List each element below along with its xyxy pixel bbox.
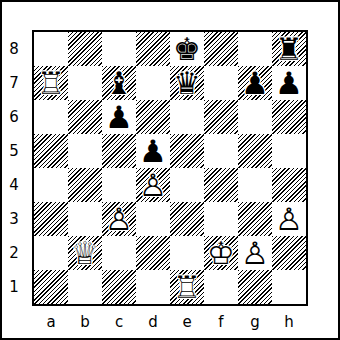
chess-board: ♚♜♜♖♝♛♟♟♟♟♟♙♟♙♟♙♛♕♚♔♟♙♜♖ [32, 30, 308, 306]
square-c1[interactable] [102, 270, 136, 304]
square-d2[interactable] [136, 236, 170, 270]
square-g2[interactable]: ♟♙ [238, 236, 272, 270]
piece-black-rook: ♜ [272, 32, 306, 66]
square-d8[interactable] [136, 32, 170, 66]
piece-white-pawn: ♟♙ [272, 202, 306, 236]
square-c3[interactable]: ♟♙ [102, 202, 136, 236]
file-label-h: h [272, 307, 306, 337]
piece-black-pawn: ♟ [238, 66, 272, 100]
square-a4[interactable] [34, 168, 68, 202]
square-h4[interactable] [272, 168, 306, 202]
square-c7[interactable]: ♝ [102, 66, 136, 100]
piece-white-rook: ♜♖ [170, 270, 204, 304]
square-g4[interactable] [238, 168, 272, 202]
file-label-g: g [238, 307, 272, 337]
square-f7[interactable] [204, 66, 238, 100]
square-e8[interactable]: ♚ [170, 32, 204, 66]
square-g6[interactable] [238, 100, 272, 134]
rank-label-6: 6 [2, 100, 26, 134]
rank-label-4: 4 [2, 168, 26, 202]
square-d4[interactable]: ♟♙ [136, 168, 170, 202]
square-g3[interactable] [238, 202, 272, 236]
rank-label-2: 2 [2, 236, 26, 270]
piece-white-pawn: ♟♙ [136, 168, 170, 202]
square-d3[interactable] [136, 202, 170, 236]
piece-black-bishop: ♝ [102, 66, 136, 100]
piece-black-king: ♚ [170, 32, 204, 66]
piece-white-rook: ♜♖ [34, 66, 68, 100]
square-h8[interactable]: ♜ [272, 32, 306, 66]
square-h7[interactable]: ♟ [272, 66, 306, 100]
square-a5[interactable] [34, 134, 68, 168]
square-f1[interactable] [204, 270, 238, 304]
rank-labels: 87654321 [2, 32, 26, 304]
rank-label-3: 3 [2, 202, 26, 236]
square-a6[interactable] [34, 100, 68, 134]
square-a3[interactable] [34, 202, 68, 236]
square-e1[interactable]: ♜♖ [170, 270, 204, 304]
square-b3[interactable] [68, 202, 102, 236]
square-e4[interactable] [170, 168, 204, 202]
piece-black-queen: ♛ [170, 66, 204, 100]
square-h1[interactable] [272, 270, 306, 304]
file-label-e: e [170, 307, 204, 337]
chess-diagram: 87654321 ♚♜♜♖♝♛♟♟♟♟♟♙♟♙♟♙♛♕♚♔♟♙♜♖ abcdef… [0, 0, 340, 340]
piece-white-pawn: ♟♙ [238, 236, 272, 270]
piece-white-pawn: ♟♙ [102, 202, 136, 236]
piece-black-pawn: ♟ [272, 66, 306, 100]
square-h2[interactable] [272, 236, 306, 270]
square-d5[interactable]: ♟ [136, 134, 170, 168]
square-f2[interactable]: ♚♔ [204, 236, 238, 270]
square-b1[interactable] [68, 270, 102, 304]
piece-black-pawn: ♟ [136, 134, 170, 168]
piece-white-queen: ♛♕ [68, 236, 102, 270]
square-b6[interactable] [68, 100, 102, 134]
square-e3[interactable] [170, 202, 204, 236]
square-c2[interactable] [102, 236, 136, 270]
file-label-f: f [204, 307, 238, 337]
square-f3[interactable] [204, 202, 238, 236]
square-d7[interactable] [136, 66, 170, 100]
rank-label-7: 7 [2, 66, 26, 100]
square-e2[interactable] [170, 236, 204, 270]
square-e6[interactable] [170, 100, 204, 134]
file-label-a: a [34, 307, 68, 337]
square-b4[interactable] [68, 168, 102, 202]
square-f5[interactable] [204, 134, 238, 168]
piece-white-king: ♚♔ [204, 236, 238, 270]
square-b2[interactable]: ♛♕ [68, 236, 102, 270]
file-label-c: c [102, 307, 136, 337]
square-g5[interactable] [238, 134, 272, 168]
rank-label-5: 5 [2, 134, 26, 168]
square-g8[interactable] [238, 32, 272, 66]
file-labels: abcdefgh [34, 307, 306, 337]
square-b7[interactable] [68, 66, 102, 100]
rank-label-8: 8 [2, 32, 26, 66]
square-e7[interactable]: ♛ [170, 66, 204, 100]
square-d6[interactable] [136, 100, 170, 134]
square-f4[interactable] [204, 168, 238, 202]
rank-label-1: 1 [2, 270, 26, 304]
square-a1[interactable] [34, 270, 68, 304]
square-g7[interactable]: ♟ [238, 66, 272, 100]
square-g1[interactable] [238, 270, 272, 304]
square-c4[interactable] [102, 168, 136, 202]
piece-black-pawn: ♟ [102, 100, 136, 134]
square-f6[interactable] [204, 100, 238, 134]
square-h6[interactable] [272, 100, 306, 134]
file-label-d: d [136, 307, 170, 337]
square-a8[interactable] [34, 32, 68, 66]
square-d1[interactable] [136, 270, 170, 304]
square-h3[interactable]: ♟♙ [272, 202, 306, 236]
square-a7[interactable]: ♜♖ [34, 66, 68, 100]
square-b5[interactable] [68, 134, 102, 168]
square-c8[interactable] [102, 32, 136, 66]
square-e5[interactable] [170, 134, 204, 168]
square-h5[interactable] [272, 134, 306, 168]
square-b8[interactable] [68, 32, 102, 66]
square-c5[interactable] [102, 134, 136, 168]
file-label-b: b [68, 307, 102, 337]
square-a2[interactable] [34, 236, 68, 270]
square-f8[interactable] [204, 32, 238, 66]
square-c6[interactable]: ♟ [102, 100, 136, 134]
